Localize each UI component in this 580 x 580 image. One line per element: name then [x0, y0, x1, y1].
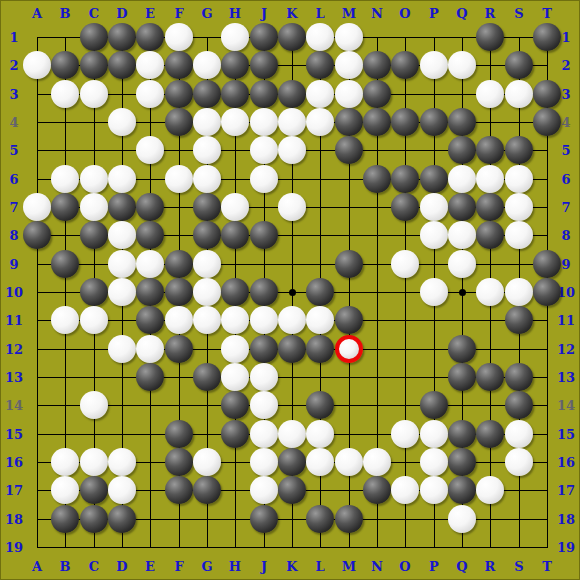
black-stone [533, 23, 561, 51]
row-label-right: 15 [557, 428, 575, 441]
white-stone [420, 51, 448, 79]
white-stone [278, 306, 306, 334]
white-stone [306, 80, 334, 108]
black-stone [335, 250, 363, 278]
black-stone [221, 391, 249, 419]
black-stone [250, 278, 278, 306]
column-label-bottom: S [514, 560, 523, 573]
white-stone-last-move-marker [335, 335, 363, 363]
white-stone [476, 278, 504, 306]
black-stone [533, 108, 561, 136]
white-stone [391, 250, 419, 278]
white-stone [448, 165, 476, 193]
column-label-bottom: D [116, 560, 127, 573]
black-stone [165, 108, 193, 136]
black-stone [306, 335, 334, 363]
white-stone [505, 221, 533, 249]
black-stone [278, 448, 306, 476]
black-stone [165, 51, 193, 79]
black-stone [108, 193, 136, 221]
black-stone [335, 306, 363, 334]
black-stone [250, 221, 278, 249]
column-label-bottom: J [261, 560, 267, 573]
black-stone [250, 505, 278, 533]
white-stone [136, 80, 164, 108]
row-label-left: 18 [5, 513, 23, 526]
column-label-top: C [89, 7, 99, 20]
column-label-bottom: K [286, 560, 297, 573]
black-stone [476, 193, 504, 221]
row-label-right: 13 [557, 371, 575, 384]
column-label-top: S [514, 7, 523, 20]
white-stone [136, 250, 164, 278]
row-label-right: 9 [561, 258, 570, 271]
black-stone [533, 80, 561, 108]
white-stone [193, 51, 221, 79]
black-stone [193, 193, 221, 221]
white-stone [108, 221, 136, 249]
black-stone [165, 250, 193, 278]
white-stone [335, 23, 363, 51]
column-label-bottom: N [371, 560, 383, 573]
black-stone [363, 476, 391, 504]
black-stone [363, 108, 391, 136]
row-label-left: 15 [5, 428, 23, 441]
column-label-top: J [261, 7, 267, 20]
column-label-bottom: C [89, 560, 99, 573]
black-stone [533, 250, 561, 278]
white-stone [505, 193, 533, 221]
black-stone [51, 250, 79, 278]
white-stone [136, 51, 164, 79]
black-stone [193, 476, 221, 504]
black-stone [391, 193, 419, 221]
white-stone [448, 505, 476, 533]
black-stone [306, 51, 334, 79]
black-stone [420, 108, 448, 136]
white-stone [306, 306, 334, 334]
white-stone [193, 278, 221, 306]
row-label-right: 6 [561, 173, 570, 186]
black-stone [448, 136, 476, 164]
white-stone [80, 80, 108, 108]
black-stone [448, 448, 476, 476]
white-stone [476, 476, 504, 504]
column-label-bottom: Q [456, 560, 467, 573]
white-stone [335, 51, 363, 79]
white-stone [80, 165, 108, 193]
black-stone [505, 391, 533, 419]
white-stone [306, 420, 334, 448]
white-stone [23, 193, 51, 221]
black-stone [476, 221, 504, 249]
column-label-top: G [201, 7, 212, 20]
white-stone [221, 108, 249, 136]
white-stone [165, 306, 193, 334]
row-label-right: 4 [561, 116, 570, 129]
white-stone [193, 108, 221, 136]
black-stone [80, 51, 108, 79]
row-label-right: 8 [561, 229, 570, 242]
column-label-bottom: B [60, 560, 71, 573]
white-stone [476, 165, 504, 193]
white-stone [420, 420, 448, 448]
white-stone [250, 136, 278, 164]
white-stone [108, 165, 136, 193]
white-stone [505, 448, 533, 476]
white-stone [250, 476, 278, 504]
row-label-left: 11 [5, 314, 23, 327]
grid-line-horizontal [37, 405, 548, 406]
black-stone [448, 476, 476, 504]
row-label-left: 19 [5, 541, 23, 554]
black-stone [250, 335, 278, 363]
black-stone [51, 193, 79, 221]
white-stone [51, 306, 79, 334]
row-label-left: 4 [9, 116, 18, 129]
white-stone [250, 165, 278, 193]
white-stone [165, 23, 193, 51]
black-stone [193, 221, 221, 249]
white-stone [221, 363, 249, 391]
white-stone [108, 448, 136, 476]
white-stone [80, 448, 108, 476]
white-stone [420, 193, 448, 221]
white-stone [505, 420, 533, 448]
black-stone [165, 278, 193, 306]
white-stone [221, 335, 249, 363]
white-stone [136, 136, 164, 164]
row-label-left: 5 [9, 144, 18, 157]
black-stone [51, 51, 79, 79]
black-stone [533, 278, 561, 306]
row-label-left: 17 [5, 484, 23, 497]
black-stone [221, 51, 249, 79]
white-stone [335, 80, 363, 108]
white-stone [51, 476, 79, 504]
white-stone [363, 448, 391, 476]
white-stone [448, 250, 476, 278]
white-stone [51, 165, 79, 193]
white-stone [51, 80, 79, 108]
row-label-left: 12 [5, 343, 23, 356]
black-stone [363, 80, 391, 108]
black-stone [505, 363, 533, 391]
row-label-right: 16 [557, 456, 575, 469]
row-label-left: 3 [9, 88, 18, 101]
row-label-right: 19 [557, 541, 575, 554]
row-label-right: 5 [561, 144, 570, 157]
white-stone [420, 448, 448, 476]
row-label-left: 13 [5, 371, 23, 384]
white-stone [193, 448, 221, 476]
black-stone [306, 505, 334, 533]
black-stone [165, 80, 193, 108]
black-stone [80, 505, 108, 533]
black-stone [165, 476, 193, 504]
white-stone [278, 136, 306, 164]
white-stone [108, 278, 136, 306]
black-stone [363, 165, 391, 193]
white-stone [193, 250, 221, 278]
column-label-top: P [429, 7, 439, 20]
column-label-bottom: F [174, 560, 183, 573]
row-label-right: 2 [561, 59, 570, 72]
column-label-top: L [315, 7, 324, 20]
white-stone [80, 306, 108, 334]
white-stone [420, 476, 448, 504]
column-label-top: B [60, 7, 71, 20]
white-stone [448, 51, 476, 79]
column-label-top: O [399, 7, 410, 20]
black-stone [165, 335, 193, 363]
black-stone [335, 505, 363, 533]
black-stone [221, 420, 249, 448]
white-stone [250, 420, 278, 448]
white-stone [51, 448, 79, 476]
black-stone [448, 335, 476, 363]
row-label-left: 16 [5, 456, 23, 469]
go-board[interactable]: AABBCCDDEEFFGGHHJJKKLLMMNNOOPPQQRRSSTT11… [0, 0, 580, 580]
black-stone [391, 51, 419, 79]
white-stone [505, 165, 533, 193]
black-stone [476, 136, 504, 164]
black-stone [278, 476, 306, 504]
black-stone [420, 391, 448, 419]
white-stone [108, 108, 136, 136]
black-stone [448, 108, 476, 136]
black-stone [363, 51, 391, 79]
white-stone [221, 23, 249, 51]
row-label-left: 9 [9, 258, 18, 271]
row-label-left: 10 [5, 286, 23, 299]
column-label-bottom: R [485, 560, 496, 573]
column-label-bottom: T [542, 560, 552, 573]
white-stone [250, 306, 278, 334]
white-stone [80, 391, 108, 419]
column-label-top: R [485, 7, 496, 20]
column-label-bottom: H [229, 560, 241, 573]
column-label-top: N [371, 7, 383, 20]
black-stone [23, 221, 51, 249]
black-stone [80, 278, 108, 306]
row-label-right: 12 [557, 343, 575, 356]
white-stone [193, 136, 221, 164]
column-label-top: Q [456, 7, 467, 20]
column-label-top: T [542, 7, 552, 20]
black-stone [476, 363, 504, 391]
black-stone [136, 363, 164, 391]
column-label-bottom: P [429, 560, 439, 573]
black-stone [108, 51, 136, 79]
white-stone [391, 476, 419, 504]
black-stone [476, 23, 504, 51]
row-label-left: 6 [9, 173, 18, 186]
white-stone [221, 193, 249, 221]
white-stone [250, 391, 278, 419]
column-label-top: A [32, 7, 42, 20]
black-stone [51, 505, 79, 533]
white-stone [193, 306, 221, 334]
black-stone [108, 505, 136, 533]
black-stone [136, 221, 164, 249]
row-label-right: 1 [561, 31, 570, 44]
column-label-top: E [145, 7, 155, 20]
row-label-left: 14 [5, 399, 23, 412]
white-stone [278, 193, 306, 221]
black-stone [505, 51, 533, 79]
white-stone [306, 108, 334, 136]
column-label-top: K [286, 7, 297, 20]
white-stone [420, 221, 448, 249]
black-stone [250, 51, 278, 79]
black-stone [221, 221, 249, 249]
white-stone [250, 448, 278, 476]
black-stone [108, 23, 136, 51]
white-stone [23, 51, 51, 79]
column-label-bottom: M [342, 560, 356, 573]
black-stone [335, 136, 363, 164]
white-stone [165, 165, 193, 193]
row-label-right: 3 [561, 88, 570, 101]
black-stone [278, 80, 306, 108]
row-label-right: 7 [561, 201, 570, 214]
row-label-right: 14 [557, 399, 575, 412]
row-label-right: 11 [557, 314, 575, 327]
white-stone [420, 278, 448, 306]
black-stone [136, 278, 164, 306]
column-label-bottom: O [399, 560, 410, 573]
black-stone [165, 448, 193, 476]
black-stone [193, 363, 221, 391]
black-stone [136, 23, 164, 51]
row-label-left: 8 [9, 229, 18, 242]
column-label-top: H [229, 7, 241, 20]
black-stone [80, 476, 108, 504]
black-stone [476, 420, 504, 448]
black-stone [80, 23, 108, 51]
black-stone [306, 391, 334, 419]
black-stone [136, 193, 164, 221]
row-label-left: 7 [9, 201, 18, 214]
row-label-left: 1 [9, 31, 18, 44]
black-stone [165, 420, 193, 448]
white-stone [250, 108, 278, 136]
column-label-top: D [116, 7, 127, 20]
white-stone [306, 23, 334, 51]
black-stone [505, 136, 533, 164]
white-stone [278, 420, 306, 448]
white-stone [108, 476, 136, 504]
white-stone [250, 363, 278, 391]
black-stone [278, 23, 306, 51]
white-stone [278, 108, 306, 136]
white-stone [391, 420, 419, 448]
black-stone [448, 420, 476, 448]
white-stone [221, 306, 249, 334]
column-label-top: M [342, 7, 356, 20]
grid-line-horizontal [37, 547, 548, 548]
white-stone [108, 335, 136, 363]
white-stone [335, 448, 363, 476]
black-stone [136, 306, 164, 334]
black-stone [448, 363, 476, 391]
black-stone [250, 23, 278, 51]
white-stone [306, 448, 334, 476]
white-stone [193, 165, 221, 193]
white-stone [108, 250, 136, 278]
white-stone [505, 80, 533, 108]
black-stone [448, 193, 476, 221]
row-label-left: 2 [9, 59, 18, 72]
white-stone [505, 278, 533, 306]
row-label-right: 17 [557, 484, 575, 497]
black-stone [420, 165, 448, 193]
column-label-bottom: E [145, 560, 155, 573]
black-stone [80, 221, 108, 249]
hoshi-point [289, 289, 296, 296]
white-stone [136, 335, 164, 363]
hoshi-point [459, 289, 466, 296]
black-stone [250, 80, 278, 108]
black-stone [505, 306, 533, 334]
black-stone [335, 108, 363, 136]
black-stone [278, 335, 306, 363]
white-stone [80, 193, 108, 221]
black-stone [221, 278, 249, 306]
white-stone [448, 221, 476, 249]
column-label-bottom: G [201, 560, 212, 573]
row-label-right: 18 [557, 513, 575, 526]
black-stone [306, 278, 334, 306]
black-stone [221, 80, 249, 108]
white-stone [476, 80, 504, 108]
column-label-bottom: L [315, 560, 324, 573]
black-stone [391, 165, 419, 193]
column-label-top: F [174, 7, 183, 20]
column-label-bottom: A [32, 560, 42, 573]
black-stone [193, 80, 221, 108]
black-stone [391, 108, 419, 136]
